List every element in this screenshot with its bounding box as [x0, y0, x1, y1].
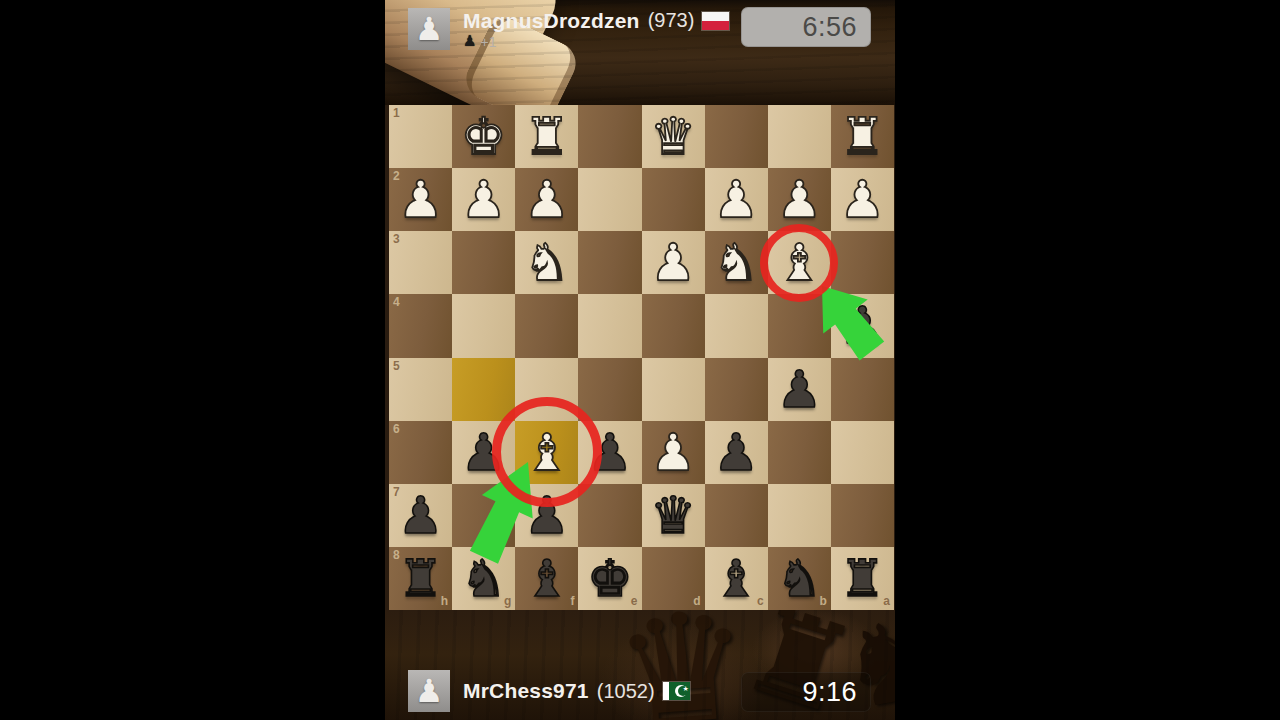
- square-b1[interactable]: [768, 105, 831, 168]
- square-e5[interactable]: [578, 358, 641, 421]
- square-d2[interactable]: [642, 168, 705, 231]
- square-f3[interactable]: ♞: [515, 231, 578, 294]
- square-d4[interactable]: [642, 294, 705, 357]
- square-a6[interactable]: [831, 421, 894, 484]
- material-advantage: +1: [480, 34, 496, 50]
- square-g8[interactable]: g♞: [452, 547, 515, 610]
- annotation-circle-f6: [492, 397, 602, 507]
- piece-white-P-d6: ♟: [642, 421, 705, 484]
- square-h6[interactable]: 6: [389, 421, 452, 484]
- file-label-h: h: [441, 595, 448, 607]
- square-d1[interactable]: ♛: [642, 105, 705, 168]
- rank-label-4: 4: [393, 296, 400, 308]
- square-g2[interactable]: ♟: [452, 168, 515, 231]
- square-a5[interactable]: [831, 358, 894, 421]
- opponent-avatar[interactable]: ♟: [408, 8, 450, 50]
- rank-label-6: 6: [393, 423, 400, 435]
- opponent-name: MagnusDrozdzen: [463, 9, 640, 33]
- annotation-circle-b3: [760, 224, 838, 302]
- piece-white-N-c3: ♞: [705, 231, 768, 294]
- pakistan-flag-icon: ★: [663, 682, 690, 700]
- square-b5[interactable]: ♟: [768, 358, 831, 421]
- square-f8[interactable]: f♝: [515, 547, 578, 610]
- piece-black-B-f8: ♝: [515, 547, 578, 610]
- chess-board-area: 1♚♜♛♜2♟♟♟♟♟♟3♞♟♞♝4♟5♟6♟♝♟♟♟7♟♟♛8h♜g♞f♝e♚…: [389, 105, 894, 610]
- opponent-player-bar: ♟ MagnusDrozdzen (973) ♟ +1 6:56: [385, 0, 895, 58]
- chess-app-window: ♛ ♜ ♞ ♟ MagnusDrozdzen (973) ♟ +1 6:: [385, 0, 895, 720]
- square-g4[interactable]: [452, 294, 515, 357]
- square-e4[interactable]: [578, 294, 641, 357]
- square-c7[interactable]: [705, 484, 768, 547]
- square-d5[interactable]: [642, 358, 705, 421]
- square-g7[interactable]: [452, 484, 515, 547]
- piece-white-P-c2: ♟: [705, 168, 768, 231]
- piece-white-Q-d1: ♛: [642, 105, 705, 168]
- rank-label-7: 7: [393, 486, 400, 498]
- piece-white-P-f2: ♟: [515, 168, 578, 231]
- square-a1[interactable]: ♜: [831, 105, 894, 168]
- rank-label-8: 8: [393, 549, 400, 561]
- square-b6[interactable]: [768, 421, 831, 484]
- piece-black-Q-d7: ♛: [642, 484, 705, 547]
- square-h8[interactable]: 8h♜: [389, 547, 452, 610]
- file-label-b: b: [820, 595, 827, 607]
- piece-black-P-a4: ♟: [831, 294, 894, 357]
- square-c2[interactable]: ♟: [705, 168, 768, 231]
- square-a3[interactable]: [831, 231, 894, 294]
- chess-board[interactable]: 1♚♜♛♜2♟♟♟♟♟♟3♞♟♞♝4♟5♟6♟♝♟♟♟7♟♟♛8h♜g♞f♝e♚…: [389, 105, 894, 610]
- square-g5[interactable]: [452, 358, 515, 421]
- square-h4[interactable]: 4: [389, 294, 452, 357]
- square-c5[interactable]: [705, 358, 768, 421]
- piece-black-P-c6: ♟: [705, 421, 768, 484]
- square-d3[interactable]: ♟: [642, 231, 705, 294]
- square-d6[interactable]: ♟: [642, 421, 705, 484]
- piece-white-P-g2: ♟: [452, 168, 515, 231]
- square-d8[interactable]: d: [642, 547, 705, 610]
- file-label-a: a: [883, 595, 890, 607]
- square-f2[interactable]: ♟: [515, 168, 578, 231]
- player-name: MrChess971: [463, 679, 589, 703]
- piece-white-K-g1: ♚: [452, 105, 515, 168]
- piece-white-P-b2: ♟: [768, 168, 831, 231]
- file-label-e: e: [631, 595, 638, 607]
- square-b7[interactable]: [768, 484, 831, 547]
- square-h5[interactable]: 5: [389, 358, 452, 421]
- rank-label-3: 3: [393, 233, 400, 245]
- square-g3[interactable]: [452, 231, 515, 294]
- screenshot-stage: ♛ ♜ ♞ ♟ MagnusDrozdzen (973) ♟ +1 6:: [0, 0, 1280, 720]
- square-e8[interactable]: e♚: [578, 547, 641, 610]
- piece-white-N-f3: ♞: [515, 231, 578, 294]
- square-e2[interactable]: [578, 168, 641, 231]
- file-label-f: f: [570, 595, 574, 607]
- white-pawn-avatar-icon: ♟: [415, 13, 444, 45]
- white-pawn-avatar-icon: ♟: [415, 675, 444, 707]
- file-label-c: c: [757, 595, 764, 607]
- file-label-g: g: [504, 595, 511, 607]
- square-d7[interactable]: ♛: [642, 484, 705, 547]
- square-f4[interactable]: [515, 294, 578, 357]
- piece-black-P-b5: ♟: [768, 358, 831, 421]
- captured-black-pawn-icon: ♟: [463, 34, 476, 49]
- square-h3[interactable]: 3: [389, 231, 452, 294]
- player-avatar[interactable]: ♟: [408, 670, 450, 712]
- poland-flag-icon: [702, 12, 729, 30]
- piece-white-R-f1: ♜: [515, 105, 578, 168]
- square-a8[interactable]: a♜: [831, 547, 894, 610]
- square-e3[interactable]: [578, 231, 641, 294]
- opponent-clock: 6:56: [741, 7, 871, 47]
- square-g1[interactable]: ♚: [452, 105, 515, 168]
- square-a7[interactable]: [831, 484, 894, 547]
- rank-label-5: 5: [393, 360, 400, 372]
- square-a2[interactable]: ♟: [831, 168, 894, 231]
- piece-white-R-a1: ♜: [831, 105, 894, 168]
- square-e1[interactable]: [578, 105, 641, 168]
- piece-white-P-d3: ♟: [642, 231, 705, 294]
- square-c3[interactable]: ♞: [705, 231, 768, 294]
- square-c6[interactable]: ♟: [705, 421, 768, 484]
- square-a4[interactable]: ♟: [831, 294, 894, 357]
- square-c4[interactable]: [705, 294, 768, 357]
- square-e7[interactable]: [578, 484, 641, 547]
- square-b2[interactable]: ♟: [768, 168, 831, 231]
- square-f1[interactable]: ♜: [515, 105, 578, 168]
- opponent-rating: (973): [648, 9, 695, 32]
- rank-label-2: 2: [393, 170, 400, 182]
- rank-label-1: 1: [393, 107, 400, 119]
- piece-white-P-a2: ♟: [831, 168, 894, 231]
- square-b8[interactable]: b♞: [768, 547, 831, 610]
- player-rating: (1052): [597, 680, 655, 703]
- file-label-d: d: [693, 595, 700, 607]
- square-c1[interactable]: [705, 105, 768, 168]
- square-c8[interactable]: c♝: [705, 547, 768, 610]
- player-clock: 9:16: [741, 672, 871, 712]
- square-h1[interactable]: 1: [389, 105, 452, 168]
- square-h2[interactable]: 2♟: [389, 168, 452, 231]
- square-h7[interactable]: 7♟: [389, 484, 452, 547]
- player-bar: ♟ MrChess971 (1052) ★ 9:16: [385, 662, 895, 720]
- square-b4[interactable]: [768, 294, 831, 357]
